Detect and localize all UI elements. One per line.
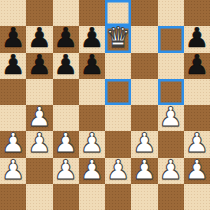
white-pawn[interactable]: ♟	[1, 131, 25, 156]
square-a8[interactable]	[0, 0, 26, 26]
square-h1[interactable]	[184, 184, 210, 210]
square-c5[interactable]	[53, 79, 79, 105]
square-h8[interactable]	[184, 0, 210, 26]
square-g6[interactable]	[158, 53, 184, 79]
black-pawn[interactable]: ♟	[185, 26, 209, 51]
square-e7[interactable]: ♛	[105, 26, 131, 52]
square-h6[interactable]: ♟	[184, 53, 210, 79]
square-a5[interactable]	[0, 79, 26, 105]
square-g3[interactable]	[158, 131, 184, 157]
black-pawn[interactable]: ♟	[54, 53, 78, 78]
black-pawn[interactable]: ♟	[185, 53, 209, 78]
square-f3[interactable]: ♟	[131, 131, 157, 157]
square-e6[interactable]	[105, 53, 131, 79]
white-pawn[interactable]: ♟	[132, 158, 156, 183]
square-a4[interactable]	[0, 105, 26, 131]
white-pawn[interactable]: ♟	[159, 158, 183, 183]
square-e5[interactable]	[105, 79, 131, 105]
square-d1[interactable]	[79, 184, 105, 210]
square-a3[interactable]: ♟	[0, 131, 26, 157]
white-pawn[interactable]: ♟	[54, 158, 78, 183]
square-e2[interactable]: ♟	[105, 158, 131, 184]
white-pawn[interactable]: ♟	[27, 131, 51, 156]
square-f5[interactable]	[131, 79, 157, 105]
square-g8[interactable]	[158, 0, 184, 26]
square-c7[interactable]: ♟	[53, 26, 79, 52]
square-d6[interactable]: ♟	[79, 53, 105, 79]
white-pawn[interactable]: ♟	[132, 131, 156, 156]
white-pawn[interactable]: ♟	[27, 105, 51, 130]
white-pawn[interactable]: ♟	[80, 158, 104, 183]
black-pawn[interactable]: ♟	[80, 53, 104, 78]
square-h7[interactable]: ♟	[184, 26, 210, 52]
square-a1[interactable]	[0, 184, 26, 210]
square-g1[interactable]	[158, 184, 184, 210]
square-e4[interactable]	[105, 105, 131, 131]
white-queen[interactable]: ♛	[106, 26, 131, 51]
square-e3[interactable]	[105, 131, 131, 157]
chess-board: ♟♟♟♟♛♟♟♟♟♟♟♟♟♟♟♟♟♟♟♟♟♟♟♟♟♟	[0, 0, 210, 210]
square-c4[interactable]	[53, 105, 79, 131]
black-pawn[interactable]: ♟	[1, 53, 25, 78]
black-pawn[interactable]: ♟	[1, 26, 25, 51]
square-g7[interactable]	[158, 26, 184, 52]
square-b8[interactable]	[26, 0, 52, 26]
white-pawn[interactable]: ♟	[185, 131, 209, 156]
square-f4[interactable]	[131, 105, 157, 131]
square-b7[interactable]: ♟	[26, 26, 52, 52]
square-b6[interactable]: ♟	[26, 53, 52, 79]
white-pawn[interactable]: ♟	[54, 131, 78, 156]
square-e1[interactable]	[105, 184, 131, 210]
square-d2[interactable]: ♟	[79, 158, 105, 184]
black-pawn[interactable]: ♟	[80, 26, 104, 51]
square-d8[interactable]	[79, 0, 105, 26]
black-pawn[interactable]: ♟	[27, 26, 51, 51]
square-b2[interactable]	[26, 158, 52, 184]
square-b1[interactable]	[26, 184, 52, 210]
square-c2[interactable]: ♟	[53, 158, 79, 184]
square-f7[interactable]	[131, 26, 157, 52]
square-d5[interactable]	[79, 79, 105, 105]
square-c3[interactable]: ♟	[53, 131, 79, 157]
square-g2[interactable]: ♟	[158, 158, 184, 184]
square-e8[interactable]	[105, 0, 131, 26]
black-pawn[interactable]: ♟	[54, 26, 78, 51]
square-g5[interactable]	[158, 79, 184, 105]
white-pawn[interactable]: ♟	[106, 158, 130, 183]
square-c6[interactable]: ♟	[53, 53, 79, 79]
square-b4[interactable]: ♟	[26, 105, 52, 131]
square-d4[interactable]	[79, 105, 105, 131]
white-pawn[interactable]: ♟	[80, 131, 104, 156]
square-f8[interactable]	[131, 0, 157, 26]
square-h2[interactable]: ♟	[184, 158, 210, 184]
white-pawn[interactable]: ♟	[159, 105, 183, 130]
square-f2[interactable]: ♟	[131, 158, 157, 184]
square-b3[interactable]: ♟	[26, 131, 52, 157]
square-h5[interactable]	[184, 79, 210, 105]
square-c8[interactable]	[53, 0, 79, 26]
square-f6[interactable]	[131, 53, 157, 79]
square-d7[interactable]: ♟	[79, 26, 105, 52]
square-h4[interactable]	[184, 105, 210, 131]
square-d3[interactable]: ♟	[79, 131, 105, 157]
black-pawn[interactable]: ♟	[27, 53, 51, 78]
white-pawn[interactable]: ♟	[1, 158, 25, 183]
square-g4[interactable]: ♟	[158, 105, 184, 131]
square-a6[interactable]: ♟	[0, 53, 26, 79]
square-h3[interactable]: ♟	[184, 131, 210, 157]
square-a2[interactable]: ♟	[0, 158, 26, 184]
square-a7[interactable]: ♟	[0, 26, 26, 52]
square-c1[interactable]	[53, 184, 79, 210]
white-pawn[interactable]: ♟	[185, 158, 209, 183]
square-b5[interactable]	[26, 79, 52, 105]
square-f1[interactable]	[131, 184, 157, 210]
